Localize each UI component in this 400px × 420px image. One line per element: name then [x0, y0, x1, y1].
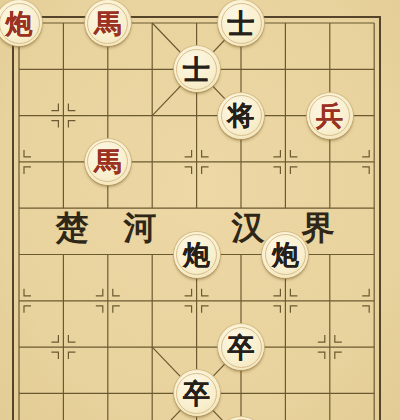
- piece-red-horse[interactable]: 馬: [85, 0, 131, 46]
- river-char: 汉: [232, 211, 265, 244]
- piece-red-horse[interactable]: 馬: [85, 139, 131, 185]
- piece-black-soldier[interactable]: 卒: [218, 324, 264, 370]
- black-cannon-glyph: 炮: [272, 241, 299, 268]
- red-soldier-glyph: 兵: [316, 102, 343, 129]
- black-soldier-glyph: 卒: [228, 334, 255, 361]
- red-cannon-glyph: 炮: [6, 10, 33, 37]
- river-char: 河: [124, 211, 157, 244]
- black-general-glyph: 将: [228, 102, 255, 129]
- black-advisor-glyph: 士: [228, 10, 255, 37]
- piece-black-soldier[interactable]: 卒: [174, 370, 220, 416]
- red-horse-glyph: 馬: [94, 10, 121, 37]
- piece-red-soldier[interactable]: 兵: [307, 93, 353, 139]
- piece-black-general[interactable]: 将: [218, 93, 264, 139]
- black-soldier-glyph: 卒: [183, 380, 210, 407]
- river-char: 界: [302, 211, 335, 244]
- red-horse-glyph: 馬: [94, 148, 121, 175]
- black-cannon-glyph: 炮: [183, 241, 210, 268]
- piece-black-cannon[interactable]: 炮: [174, 232, 220, 278]
- piece-black-advisor[interactable]: 士: [218, 0, 264, 46]
- piece-black-cannon[interactable]: 炮: [262, 232, 308, 278]
- piece-black-advisor[interactable]: 士: [174, 46, 220, 92]
- river-char: 楚: [56, 211, 89, 244]
- xiangqi-board[interactable]: 楚河汉界 炮馬士士将兵馬炮炮卒卒帅: [0, 0, 400, 420]
- black-advisor-glyph: 士: [183, 56, 210, 83]
